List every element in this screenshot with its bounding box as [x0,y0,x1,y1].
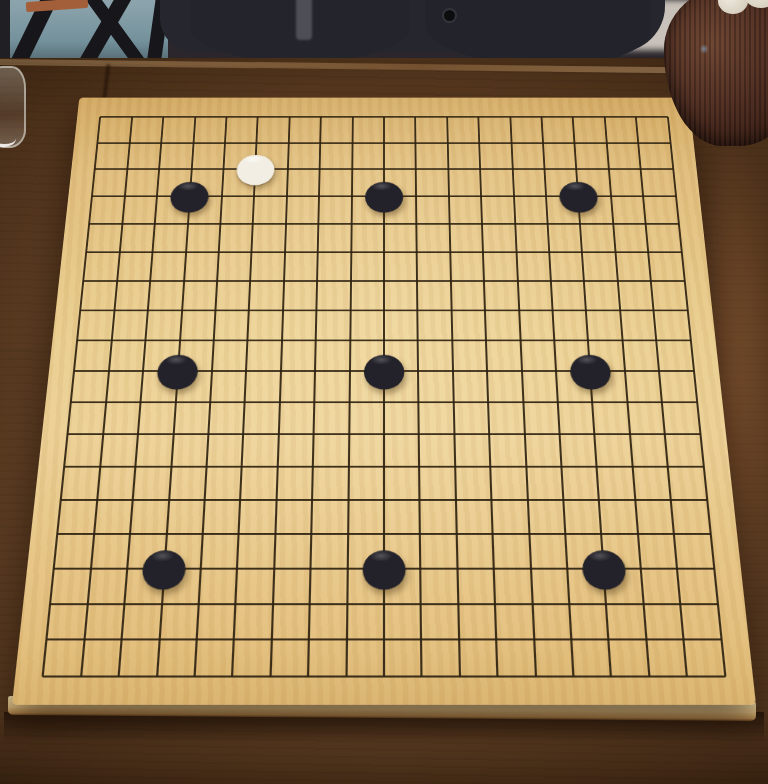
stone-glyph: ● [138,539,191,591]
grid-line-horizontal [68,433,700,435]
player-shoulder-right [425,0,650,66]
stone-highlight [370,355,392,365]
photo-scene: ●●●●●●●●●● [0,0,768,784]
stone-glyph: ● [359,539,409,591]
stone-glyph: ● [166,174,212,214]
stone-highlight [565,182,586,191]
stone-glyph: ● [362,174,406,214]
jacket-button [444,10,455,21]
grid-line-horizontal [43,676,725,678]
grid-line-vertical [446,117,461,677]
grid-line-vertical [509,117,537,677]
stone-glyph: ● [361,345,408,390]
grid-line-vertical [415,117,423,677]
grid-line-vertical [269,117,290,677]
drinking-glass [0,66,26,148]
stone-glyph: ● [566,345,615,390]
jacket-zipper [296,0,312,40]
grid-line-horizontal [50,603,717,605]
stone-highlight [371,182,392,191]
grid-line-horizontal [71,401,697,403]
grid-line-vertical [478,117,499,677]
grid-line-horizontal [65,466,704,468]
white-stone-in-bowl [718,0,748,14]
stone-glyph: ● [555,174,601,214]
player-torso [160,0,665,52]
white-stones-in-bowl [716,0,768,30]
stone-highlight [588,550,612,562]
stone-glyph: ● [577,539,630,591]
grid-line-vertical [345,117,353,677]
stone-glyph: ● [153,345,202,390]
grid-line-vertical [231,117,259,677]
chair-rail [26,0,89,12]
bowl-reflection [700,44,708,54]
stone-highlight [370,550,393,562]
grid-line-horizontal [47,639,721,641]
grid-line-horizontal [61,499,707,501]
stone-glyph: ● [233,147,278,187]
go-board[interactable]: ●●●●●●●●●● [12,98,756,705]
grid-line-vertical [307,117,322,677]
stone-highlight [576,355,599,365]
